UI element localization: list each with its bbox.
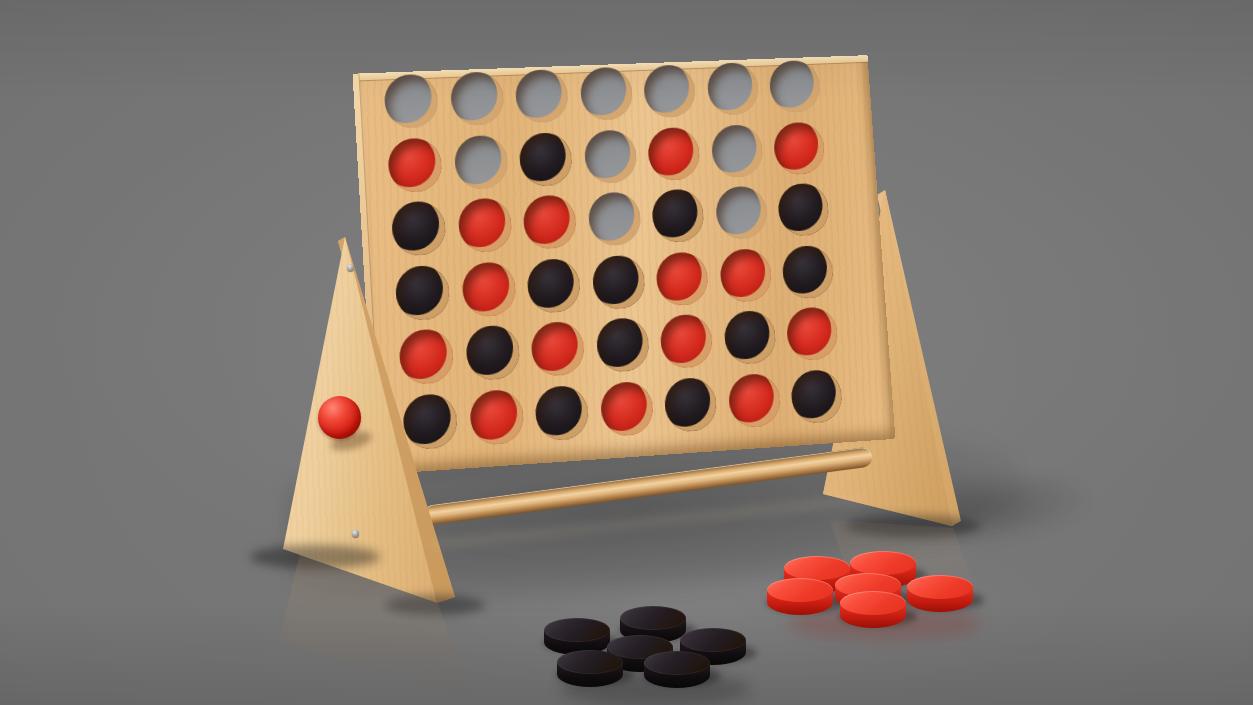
- vignette: [0, 0, 1253, 705]
- scene: [0, 0, 1253, 705]
